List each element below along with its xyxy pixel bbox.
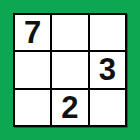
sudoku-board: 7 3 2 xyxy=(13,13,127,127)
cell-r0c2[interactable] xyxy=(90,15,125,50)
cell-r1c0[interactable] xyxy=(15,52,50,87)
cell-r2c1[interactable]: 2 xyxy=(52,90,87,125)
cell-r0c0[interactable]: 7 xyxy=(15,15,50,50)
cell-r0c1[interactable] xyxy=(52,15,87,50)
green-background: 7 3 2 xyxy=(0,0,140,140)
cell-r1c1[interactable] xyxy=(52,52,87,87)
cell-r1c2[interactable]: 3 xyxy=(90,52,125,87)
cell-r2c0[interactable] xyxy=(15,90,50,125)
cell-r2c2[interactable] xyxy=(90,90,125,125)
